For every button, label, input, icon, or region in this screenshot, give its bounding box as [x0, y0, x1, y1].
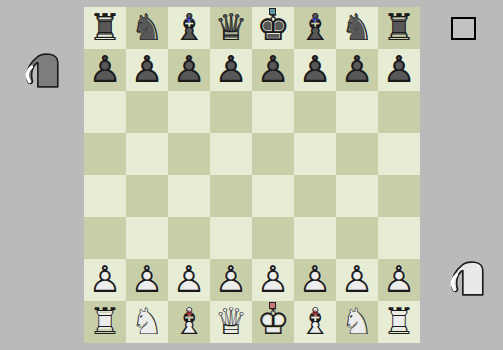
square-c3[interactable]: [168, 217, 210, 259]
white-bishop[interactable]: ♝♗+: [294, 301, 336, 343]
elephant-head-trunk: [452, 262, 483, 295]
black-pawn[interactable]: ♟♙: [252, 49, 294, 91]
square-f3[interactable]: [294, 217, 336, 259]
square-d7[interactable]: ♟♙: [210, 49, 252, 91]
square-b8[interactable]: ♞♘: [126, 7, 168, 49]
square-e4[interactable]: [252, 175, 294, 217]
square-b5[interactable]: [126, 133, 168, 175]
square-h5[interactable]: [378, 133, 420, 175]
chess-app: ♜♖♞♘♝♗+♛♕♚♔♝♗+♞♘♜♖♟♙♟♙♟♙♟♙♟♙♟♙♟♙♟♙♟♙♟♙♟♙…: [0, 0, 503, 350]
square-c4[interactable]: [168, 175, 210, 217]
piece-outline-glyph: ♙: [378, 259, 420, 301]
square-g5[interactable]: [336, 133, 378, 175]
square-a1[interactable]: ♜♖: [84, 301, 126, 343]
piece-outline-glyph: ♗: [168, 7, 210, 49]
square-f5[interactable]: [294, 133, 336, 175]
black-pawn[interactable]: ♟♙: [168, 49, 210, 91]
square-d5[interactable]: [210, 133, 252, 175]
black-queen[interactable]: ♛♕: [210, 7, 252, 49]
piece-outline-glyph: ♙: [84, 49, 126, 91]
square-b3[interactable]: [126, 217, 168, 259]
square-b2[interactable]: ♟♙: [126, 259, 168, 301]
black-pawn[interactable]: ♟♙: [210, 49, 252, 91]
square-c5[interactable]: [168, 133, 210, 175]
white-pawn[interactable]: ♟♙: [84, 259, 126, 301]
white-rook[interactable]: ♜♖: [378, 301, 420, 343]
square-h8[interactable]: ♜♖: [378, 7, 420, 49]
piece-outline-glyph: ♕: [210, 301, 252, 343]
piece-outline-glyph: ♙: [252, 49, 294, 91]
square-f6[interactable]: [294, 91, 336, 133]
white-pawn[interactable]: ♟♙: [294, 259, 336, 301]
piece-outline-glyph: ♖: [378, 301, 420, 343]
black-bishop[interactable]: ♝♗+: [168, 7, 210, 49]
square-f7[interactable]: ♟♙: [294, 49, 336, 91]
square-b6[interactable]: [126, 91, 168, 133]
piece-outline-glyph: ♙: [294, 49, 336, 91]
black-pawn[interactable]: ♟♙: [126, 49, 168, 91]
square-c8[interactable]: ♝♗+: [168, 7, 210, 49]
square-d1[interactable]: ♛♕: [210, 301, 252, 343]
piece-outline-glyph: ♙: [210, 259, 252, 301]
black-pawn[interactable]: ♟♙: [336, 49, 378, 91]
square-g8[interactable]: ♞♘: [336, 7, 378, 49]
square-e1[interactable]: ♚♔: [252, 301, 294, 343]
black-knight[interactable]: ♞♘: [336, 7, 378, 49]
piece-outline-glyph: ♘: [336, 301, 378, 343]
white-knight[interactable]: ♞♘: [126, 301, 168, 343]
piece-outline-glyph: ♙: [84, 259, 126, 301]
square-d3[interactable]: [210, 217, 252, 259]
square-e3[interactable]: [252, 217, 294, 259]
piece-outline-glyph: ♗: [294, 7, 336, 49]
black-player-elephant-icon: [20, 50, 62, 90]
piece-outline-glyph: ♙: [168, 49, 210, 91]
square-h2[interactable]: ♟♙: [378, 259, 420, 301]
square-e8[interactable]: ♚♔: [252, 7, 294, 49]
square-b7[interactable]: ♟♙: [126, 49, 168, 91]
square-d6[interactable]: [210, 91, 252, 133]
black-rook[interactable]: ♜♖: [378, 7, 420, 49]
square-g3[interactable]: [336, 217, 378, 259]
white-pawn[interactable]: ♟♙: [210, 259, 252, 301]
square-f4[interactable]: [294, 175, 336, 217]
square-g4[interactable]: [336, 175, 378, 217]
black-bishop[interactable]: ♝♗+: [294, 7, 336, 49]
white-rook[interactable]: ♜♖: [84, 301, 126, 343]
square-e2[interactable]: ♟♙: [252, 259, 294, 301]
white-player-elephant-icon: [445, 258, 487, 298]
piece-outline-glyph: ♙: [378, 49, 420, 91]
black-rook[interactable]: ♜♖: [84, 7, 126, 49]
square-a5[interactable]: [84, 133, 126, 175]
square-e6[interactable]: [252, 91, 294, 133]
square-d4[interactable]: [210, 175, 252, 217]
square-b4[interactable]: [126, 175, 168, 217]
square-a2[interactable]: ♟♙: [84, 259, 126, 301]
white-pawn[interactable]: ♟♙: [252, 259, 294, 301]
black-knight[interactable]: ♞♘: [126, 7, 168, 49]
chess-board: ♜♖♞♘♝♗+♛♕♚♔♝♗+♞♘♜♖♟♙♟♙♟♙♟♙♟♙♟♙♟♙♟♙♟♙♟♙♟♙…: [84, 7, 420, 343]
white-pawn[interactable]: ♟♙: [336, 259, 378, 301]
square-h1[interactable]: ♜♖: [378, 301, 420, 343]
white-pawn[interactable]: ♟♙: [126, 259, 168, 301]
square-h4[interactable]: [378, 175, 420, 217]
piece-outline-glyph: ♗: [168, 301, 210, 343]
white-pawn[interactable]: ♟♙: [378, 259, 420, 301]
piece-outline-glyph: ♘: [126, 301, 168, 343]
piece-outline-glyph: ♘: [126, 7, 168, 49]
square-a4[interactable]: [84, 175, 126, 217]
black-king[interactable]: ♚♔: [252, 7, 294, 49]
piece-outline-glyph: ♖: [84, 301, 126, 343]
square-h6[interactable]: [378, 91, 420, 133]
white-king[interactable]: ♚♔: [252, 301, 294, 343]
square-e7[interactable]: ♟♙: [252, 49, 294, 91]
square-c7[interactable]: ♟♙: [168, 49, 210, 91]
square-c2[interactable]: ♟♙: [168, 259, 210, 301]
piece-outline-glyph: ♙: [294, 259, 336, 301]
elephant-head-trunk: [27, 54, 58, 87]
piece-outline-glyph: ♖: [378, 7, 420, 49]
square-d2[interactable]: ♟♙: [210, 259, 252, 301]
square-f2[interactable]: ♟♙: [294, 259, 336, 301]
black-pawn[interactable]: ♟♙: [84, 49, 126, 91]
piece-outline-glyph: ♕: [210, 7, 252, 49]
piece-outline-glyph: ♙: [252, 259, 294, 301]
square-g2[interactable]: ♟♙: [336, 259, 378, 301]
white-bishop[interactable]: ♝♗+: [168, 301, 210, 343]
piece-outline-glyph: ♙: [168, 259, 210, 301]
piece-outline-glyph: ♘: [336, 7, 378, 49]
square-a6[interactable]: [84, 91, 126, 133]
piece-outline-glyph: ♗: [294, 301, 336, 343]
white-queen[interactable]: ♛♕: [210, 301, 252, 343]
black-pawn[interactable]: ♟♙: [294, 49, 336, 91]
square-f1[interactable]: ♝♗+: [294, 301, 336, 343]
piece-outline-glyph: ♖: [84, 7, 126, 49]
square-c1[interactable]: ♝♗+: [168, 301, 210, 343]
white-pawn[interactable]: ♟♙: [168, 259, 210, 301]
square-d8[interactable]: ♛♕: [210, 7, 252, 49]
square-h7[interactable]: ♟♙: [378, 49, 420, 91]
piece-outline-glyph: ♙: [126, 49, 168, 91]
square-g6[interactable]: [336, 91, 378, 133]
piece-outline-glyph: ♔: [252, 7, 294, 49]
square-h3[interactable]: [378, 217, 420, 259]
piece-outline-glyph: ♙: [336, 49, 378, 91]
square-e5[interactable]: [252, 133, 294, 175]
square-g1[interactable]: ♞♘: [336, 301, 378, 343]
piece-outline-glyph: ♙: [126, 259, 168, 301]
square-f8[interactable]: ♝♗+: [294, 7, 336, 49]
square-a7[interactable]: ♟♙: [84, 49, 126, 91]
piece-outline-glyph: ♙: [336, 259, 378, 301]
square-c6[interactable]: [168, 91, 210, 133]
square-g7[interactable]: ♟♙: [336, 49, 378, 91]
black-pawn[interactable]: ♟♙: [378, 49, 420, 91]
piece-outline-glyph: ♔: [252, 301, 294, 343]
white-knight[interactable]: ♞♘: [336, 301, 378, 343]
checkbox[interactable]: [451, 17, 476, 40]
piece-outline-glyph: ♙: [210, 49, 252, 91]
square-b1[interactable]: ♞♘: [126, 301, 168, 343]
square-a8[interactable]: ♜♖: [84, 7, 126, 49]
square-a3[interactable]: [84, 217, 126, 259]
